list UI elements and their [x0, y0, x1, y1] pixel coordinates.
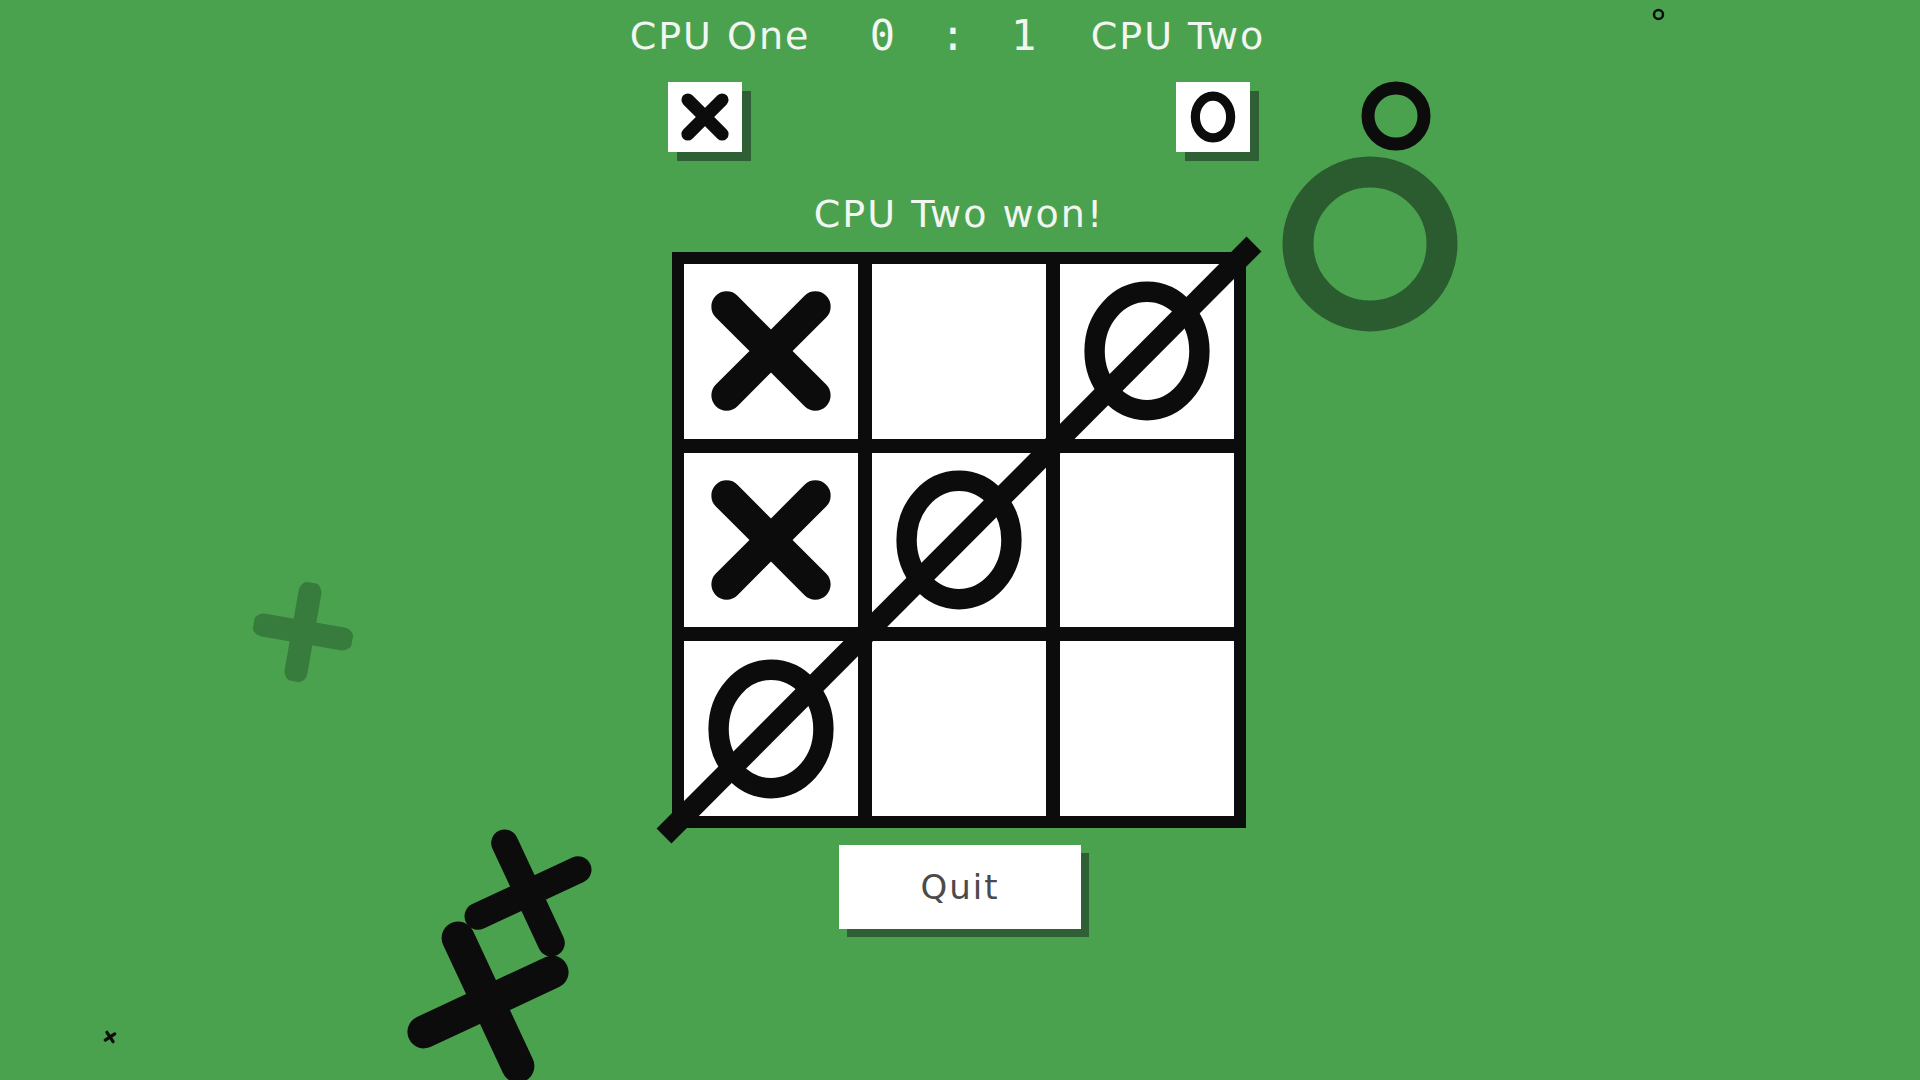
player-one-name: CPU One: [630, 10, 811, 62]
board: [672, 252, 1246, 828]
black-o-ring-decoration: [1361, 81, 1431, 151]
player-one-symbol-badge: [668, 82, 742, 152]
score: 0 : 1: [870, 10, 1046, 62]
o-icon: [1189, 89, 1237, 145]
cell-r1c0[interactable]: [684, 453, 858, 628]
cell-r0c0[interactable]: [684, 264, 858, 439]
quit-button[interactable]: Quit: [839, 845, 1081, 929]
cell-r1c1[interactable]: [872, 453, 1046, 628]
player-two-symbol-badge: [1176, 82, 1250, 152]
cell-r2c1[interactable]: [872, 641, 1046, 816]
giant-o-ring-decoration: [1282, 156, 1458, 332]
x-icon: [680, 92, 730, 142]
cell-r2c0[interactable]: [684, 641, 858, 816]
black-x-small-decoration: [458, 823, 599, 964]
cell-r0c2[interactable]: [1060, 264, 1234, 439]
o-mark-icon: [705, 655, 837, 803]
game-screen: CPU One 0 : 1 CPU Two CPU Two won! Quit: [0, 0, 1920, 1080]
tiny-o-decoration: [1652, 8, 1665, 21]
cell-r2c2[interactable]: [1060, 641, 1234, 816]
status-message: CPU Two won!: [672, 192, 1246, 236]
tiny-x-decoration: [102, 1029, 119, 1046]
o-mark-icon: [1081, 277, 1213, 425]
x-mark-icon: [702, 471, 840, 609]
o-mark-icon: [893, 466, 1025, 614]
cell-r0c1[interactable]: [872, 264, 1046, 439]
x-mark-icon: [702, 282, 840, 420]
green-cross-decoration: [245, 574, 361, 690]
player-two-name: CPU Two: [1091, 10, 1266, 62]
cell-r1c2[interactable]: [1060, 453, 1234, 628]
black-x-large-decoration: [398, 912, 577, 1080]
